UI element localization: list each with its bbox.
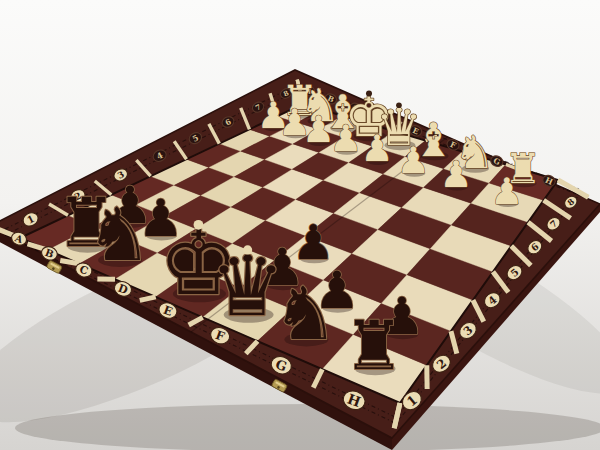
piece-black-knight-g1[interactable]: ♞ [273, 271, 339, 356]
contrast-finial [396, 102, 402, 108]
piece-white-pawn-e7[interactable]: ♟ [361, 127, 394, 170]
svg-text:♟: ♟ [397, 139, 430, 182]
contrast-finial [194, 220, 204, 230]
piece-white-pawn-d7[interactable]: ♟ [329, 117, 362, 160]
svg-text:♞: ♞ [273, 271, 339, 356]
svg-text:♟: ♟ [361, 127, 394, 170]
chess-board-photo: ABCDEFGH1234567812345678ABCDEFGH♜♞♟♝♟♚♟♛… [0, 0, 600, 450]
frame-inlay-bar [140, 297, 156, 300]
piece-black-rook-h1[interactable]: ♜ [344, 306, 405, 385]
svg-text:♞: ♞ [86, 192, 152, 277]
svg-text:♟: ♟ [490, 170, 523, 213]
photo-scene: ABCDEFGH1234567812345678ABCDEFGH♜♞♟♝♟♚♟♛… [0, 0, 600, 450]
piece-white-pawn-g7[interactable]: ♟ [440, 153, 473, 196]
svg-text:♜: ♜ [344, 306, 405, 385]
piece-white-pawn-h7[interactable]: ♟ [490, 170, 523, 213]
svg-text:♟: ♟ [440, 153, 473, 196]
piece-white-pawn-f7[interactable]: ♟ [397, 139, 430, 182]
svg-text:♟: ♟ [329, 117, 362, 160]
contrast-finial [366, 90, 372, 96]
contrast-finial [243, 245, 252, 254]
piece-black-knight-c1[interactable]: ♞ [86, 192, 152, 277]
floor-shadow [15, 404, 600, 450]
